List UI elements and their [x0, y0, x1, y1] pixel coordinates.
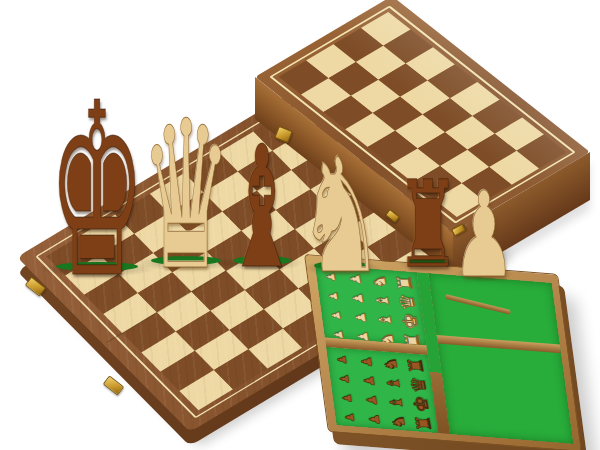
stored-piece-bishop: ♝: [384, 375, 403, 390]
tray-cell: ♞: [377, 353, 404, 374]
stored-piece-pawn: ♟: [343, 412, 357, 423]
tray-cell: ♟: [322, 305, 349, 326]
stored-piece-knight: ♞: [389, 414, 408, 429]
stored-piece-pawn: ♟: [324, 272, 338, 283]
tray-cell: ♞: [385, 411, 412, 432]
stored-piece-bishop: ♝: [375, 312, 394, 327]
stored-piece-bishop: ♝: [386, 395, 405, 410]
stored-piece-king: ♚: [398, 312, 421, 330]
tray-cell: ♜: [402, 355, 429, 376]
tray-cell: ♟: [317, 266, 344, 287]
dark-pieces-tray: ♟♟♞♜♟♟♝♛♟♟♝♚♟♟♞♜: [326, 347, 438, 433]
tray-cell: ♟: [353, 351, 380, 372]
tray-cell: ♛: [393, 291, 420, 312]
tray-cell: ♞: [366, 270, 393, 291]
stored-piece-pawn: ♟: [352, 311, 368, 323]
stored-piece-queen: ♛: [407, 376, 430, 394]
stored-piece-pawn: ♟: [329, 310, 343, 321]
stored-piece-pawn: ♟: [327, 291, 341, 302]
stored-piece-bishop: ♝: [373, 293, 392, 308]
tray-cell: ♟: [342, 268, 369, 289]
tray-cell: ♟: [336, 407, 363, 428]
stored-piece-king: ♚: [409, 395, 432, 413]
tray-cell: ♝: [382, 392, 409, 413]
stored-piece-knight: ♞: [370, 273, 389, 288]
stored-piece-rook: ♜: [412, 414, 435, 432]
tray-cell: ♟: [328, 349, 355, 370]
stored-piece-pawn: ♟: [335, 354, 349, 365]
tray-cell: ♝: [369, 290, 396, 311]
tray-cell: ♟: [331, 368, 358, 389]
tray-cell: ♟: [320, 286, 347, 307]
stored-piece-pawn: ♟: [350, 292, 366, 304]
tray-cell: ♟: [355, 370, 382, 391]
stored-piece-queen: ♛: [395, 293, 418, 311]
tray-cell: ♟: [361, 409, 388, 430]
stored-piece-rook: ♜: [393, 274, 416, 292]
tray-cell: ♜: [391, 272, 418, 293]
light-pieces-tray: ♟♟♞♜♟♟♝♛♟♟♝♚♟♟♞♜: [315, 264, 426, 345]
stored-piece-pawn: ♟: [358, 355, 374, 367]
stored-piece-pawn: ♟: [364, 394, 380, 406]
tray-cell: ♟: [344, 288, 371, 309]
stored-piece-pawn: ♟: [361, 375, 377, 387]
wood-divider: [437, 335, 561, 353]
tray-cell: ♝: [380, 372, 407, 393]
tray-cell: ♚: [407, 393, 434, 414]
tray-cell: ♟: [358, 390, 385, 411]
storage-box: ♟♟♞♜♟♟♝♛♟♟♝♚♟♟♞♜ ♟♟♞♜♟♟♝♛♟♟♝♚♟♟♞♜: [304, 254, 582, 450]
tray-cell: ♜: [409, 413, 436, 434]
stored-piece-pawn: ♟: [340, 393, 354, 404]
tray-cell: ♟: [334, 388, 361, 409]
stored-piece-pawn: ♟: [338, 374, 352, 385]
brass-clasp: [103, 375, 125, 395]
stored-piece-pawn: ♟: [347, 273, 363, 285]
stored-piece-knight: ♞: [381, 356, 400, 371]
tray-cell: ♟: [347, 307, 374, 328]
loose-wood-stick: [445, 294, 510, 315]
product-photo-scene: ♚♛♝ ♟♟♞♜♟♟♝♛♟♟♝♚♟♟♞♜ ♟♟♞♜♟♟♝♛♟♟♝♚♟♟♞♜ ♞♜…: [0, 0, 600, 450]
stored-piece-pawn: ♟: [366, 413, 382, 425]
tray-cell: ♝: [371, 309, 398, 330]
tray-cell: ♚: [396, 311, 423, 332]
stored-piece-rook: ♜: [404, 357, 427, 375]
tray-cell: ♛: [404, 374, 431, 395]
felt-compartment: [428, 273, 573, 443]
